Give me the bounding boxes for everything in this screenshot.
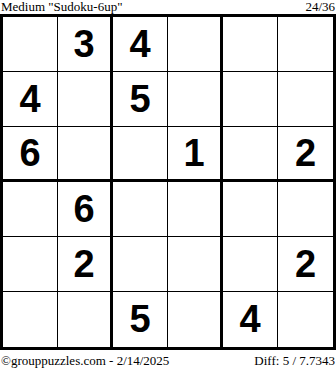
footer: ©grouppuzzles.com - 2/14/2025 Diff: 5 / … xyxy=(0,350,336,370)
cell-r5c6[interactable]: 2 xyxy=(278,237,333,292)
cell-r6c3[interactable]: 5 xyxy=(113,292,168,347)
header: Medium "Sudoku-6up" 24/36 xyxy=(0,0,336,14)
cell-r4c6[interactable] xyxy=(278,182,333,237)
cell-r3c4[interactable]: 1 xyxy=(168,127,223,182)
cell-r5c5[interactable] xyxy=(223,237,278,292)
cell-r6c4[interactable] xyxy=(168,292,223,347)
cell-r5c3[interactable] xyxy=(113,237,168,292)
difficulty-text: Diff: 5 / 7.7343 xyxy=(254,354,335,367)
cell-r4c1[interactable] xyxy=(3,182,58,237)
cell-r3c5[interactable] xyxy=(223,127,278,182)
puzzle-title: Medium "Sudoku-6up" xyxy=(1,0,122,13)
cell-r6c2[interactable] xyxy=(58,292,113,347)
cell-r2c3[interactable]: 5 xyxy=(113,72,168,127)
cell-r5c1[interactable] xyxy=(3,237,58,292)
puzzle-page: Medium "Sudoku-6up" 24/36 344561262254 ©… xyxy=(0,0,336,370)
cell-r5c2[interactable]: 2 xyxy=(58,237,113,292)
cell-r2c4[interactable] xyxy=(168,72,223,127)
sudoku-board: 344561262254 xyxy=(0,14,336,350)
cell-r2c5[interactable] xyxy=(223,72,278,127)
cell-r6c1[interactable] xyxy=(3,292,58,347)
cell-r1c3[interactable]: 4 xyxy=(113,17,168,72)
cell-r2c1[interactable]: 4 xyxy=(3,72,58,127)
cell-r6c6[interactable] xyxy=(278,292,333,347)
cell-r1c5[interactable] xyxy=(223,17,278,72)
cell-r6c5[interactable]: 4 xyxy=(223,292,278,347)
cell-r4c2[interactable]: 6 xyxy=(58,182,113,237)
cells-remaining-counter: 24/36 xyxy=(305,0,335,13)
cell-r3c6[interactable]: 2 xyxy=(278,127,333,182)
copyright-text: ©grouppuzzles.com - 2/14/2025 xyxy=(1,354,169,367)
cell-r5c4[interactable] xyxy=(168,237,223,292)
cell-r1c1[interactable] xyxy=(3,17,58,72)
cell-r3c2[interactable] xyxy=(58,127,113,182)
cell-r3c1[interactable]: 6 xyxy=(3,127,58,182)
cell-r4c5[interactable] xyxy=(223,182,278,237)
cell-r4c3[interactable] xyxy=(113,182,168,237)
cell-r4c4[interactable] xyxy=(168,182,223,237)
cell-r2c6[interactable] xyxy=(278,72,333,127)
cell-r3c3[interactable] xyxy=(113,127,168,182)
cell-r1c6[interactable] xyxy=(278,17,333,72)
cell-r1c2[interactable]: 3 xyxy=(58,17,113,72)
cell-r2c2[interactable] xyxy=(58,72,113,127)
cell-r1c4[interactable] xyxy=(168,17,223,72)
